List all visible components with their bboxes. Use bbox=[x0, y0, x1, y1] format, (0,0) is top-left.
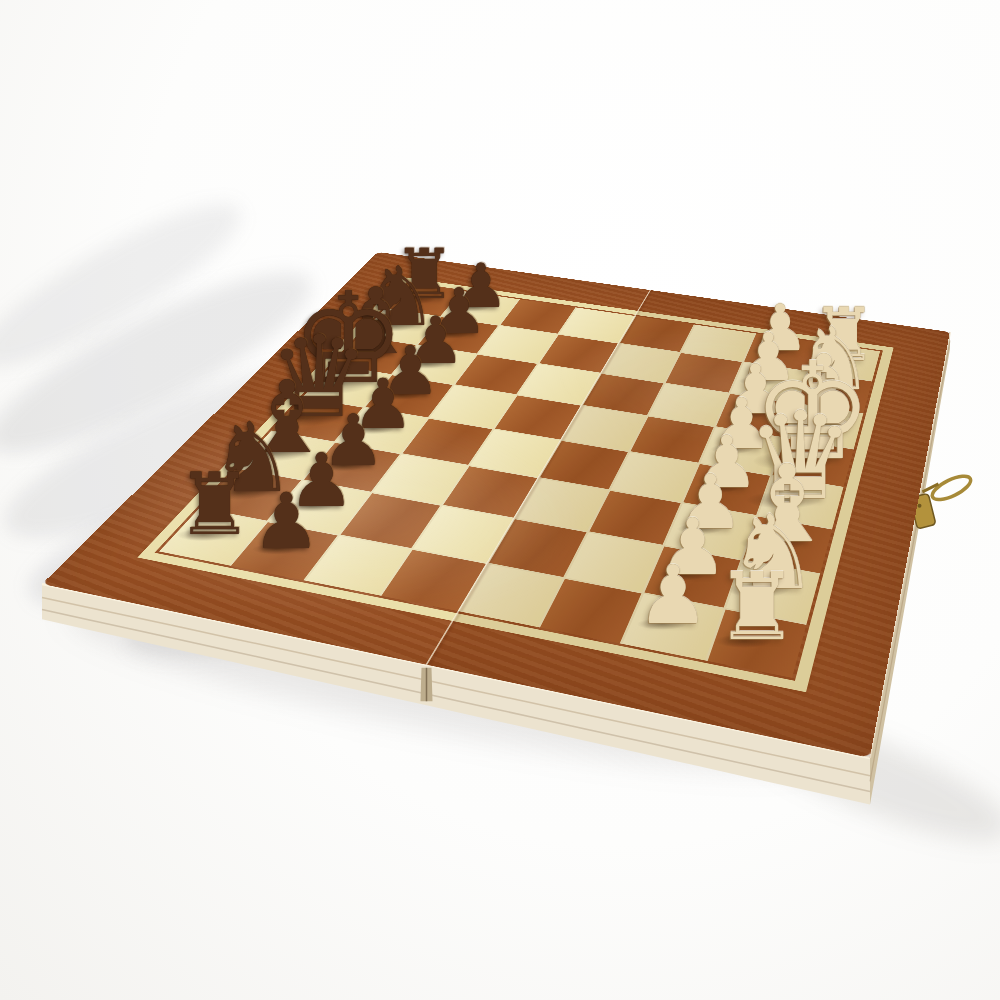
piece-light-pawn-a2[interactable]: ♟ bbox=[637, 555, 710, 636]
piece-light-rook-a1[interactable]: ♜ bbox=[715, 561, 798, 654]
piece-dark-pawn-a7[interactable]: ♟ bbox=[252, 483, 321, 560]
piece-dark-rook-a8[interactable]: ♜ bbox=[176, 461, 253, 547]
product-photo-scene: ♜♞♝♛♚♝♞♜♟♟♟♟♟♟♟♟♜♞♝♛♚♝♞♜♟♟♟♟♟♟♟♟ bbox=[0, 0, 1000, 1000]
